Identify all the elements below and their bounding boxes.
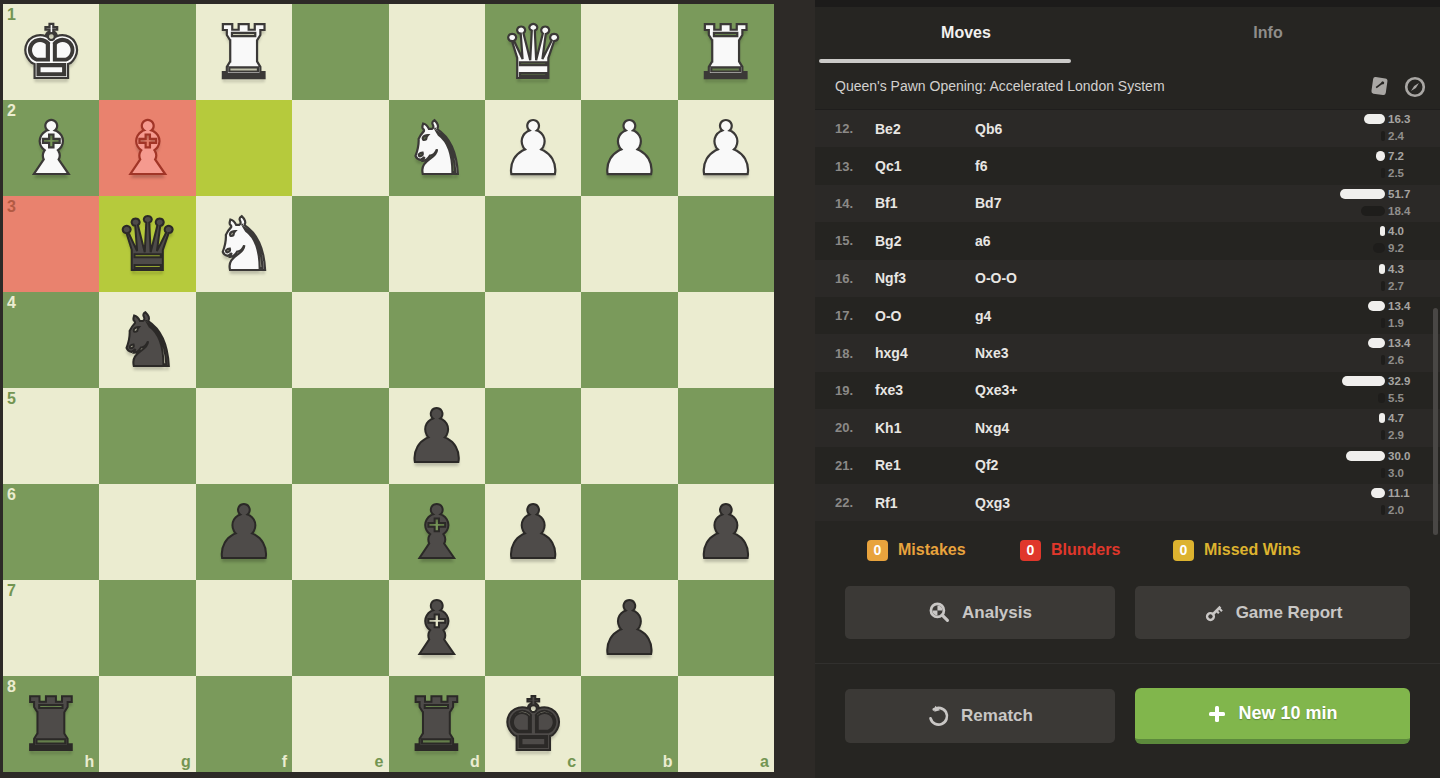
black-bishop-d7[interactable]: ♝ bbox=[389, 580, 485, 676]
square-e7[interactable] bbox=[292, 580, 388, 676]
black-time-bar bbox=[1381, 281, 1385, 291]
white-move[interactable]: O-O bbox=[875, 297, 901, 334]
white-time-seconds: 51.7 bbox=[1388, 188, 1438, 200]
black-bishop-d6[interactable]: ♝ bbox=[389, 484, 485, 580]
square-e6[interactable] bbox=[292, 484, 388, 580]
square-a8[interactable]: a bbox=[678, 676, 774, 772]
square-c4[interactable] bbox=[485, 292, 581, 388]
white-pawn-c2[interactable]: ♟ bbox=[485, 100, 581, 196]
white-time-bar bbox=[1380, 226, 1385, 236]
move-row-12[interactable]: 12.Be2Qb616.32.4 bbox=[815, 110, 1440, 147]
white-move[interactable]: Kh1 bbox=[875, 409, 901, 446]
move-row-21[interactable]: 21.Re1Qf230.03.0 bbox=[815, 447, 1440, 484]
square-d8[interactable]: d♜ bbox=[389, 676, 485, 772]
white-time-bar bbox=[1364, 114, 1385, 124]
square-h4[interactable]: 4 bbox=[3, 292, 99, 388]
black-time-bar bbox=[1381, 430, 1385, 440]
move-number: 16. bbox=[815, 260, 853, 297]
black-time-bar bbox=[1381, 468, 1385, 478]
white-move[interactable]: Be2 bbox=[875, 110, 901, 147]
move-row-16[interactable]: 16.Ngf3O-O-O4.32.7 bbox=[815, 260, 1440, 297]
move-row-13[interactable]: 13.Qc1f67.22.5 bbox=[815, 147, 1440, 184]
square-b8[interactable]: b bbox=[581, 676, 677, 772]
white-time-bar bbox=[1379, 264, 1385, 274]
white-knight-d2[interactable]: ♞ bbox=[389, 100, 485, 196]
square-h6[interactable]: 6 bbox=[3, 484, 99, 580]
white-time-bar bbox=[1340, 189, 1385, 199]
white-time-bar bbox=[1368, 338, 1385, 348]
scrollbar-thumb[interactable] bbox=[1433, 308, 1438, 535]
tab-info[interactable]: Info bbox=[1117, 7, 1419, 59]
square-h2[interactable]: 2♝ bbox=[3, 100, 99, 196]
black-time-bar bbox=[1373, 243, 1385, 253]
new-game-button-label: New 10 min bbox=[1238, 703, 1337, 724]
file-label-f: f bbox=[282, 753, 287, 771]
chess-board[interactable]: 1♚♜♛♜2♝♝♞♟♟♟3♛♞4♞5♟6♟♝♟♟7♝♟8h♜gfed♜c♚ba bbox=[3, 4, 774, 772]
white-rook-f1[interactable]: ♜ bbox=[196, 4, 292, 100]
opening-book-icon[interactable] bbox=[1369, 76, 1390, 98]
rank-label-6: 6 bbox=[7, 486, 16, 504]
white-king-h1[interactable]: ♚ bbox=[3, 4, 99, 100]
black-time-seconds: 5.5 bbox=[1388, 392, 1438, 404]
black-move[interactable]: g4 bbox=[975, 297, 991, 334]
game-report-button[interactable]: Game Report bbox=[1135, 586, 1410, 639]
move-number: 13. bbox=[815, 147, 853, 184]
square-a1[interactable]: ♜ bbox=[678, 4, 774, 100]
square-e1[interactable] bbox=[292, 4, 388, 100]
white-time-seconds: 4.3 bbox=[1388, 263, 1438, 275]
black-move[interactable]: Qf2 bbox=[975, 447, 998, 484]
black-time-bar bbox=[1381, 318, 1385, 328]
white-time-seconds: 30.0 bbox=[1388, 450, 1438, 462]
black-pawn-d5[interactable]: ♟ bbox=[389, 388, 485, 484]
white-move[interactable]: Qc1 bbox=[875, 147, 901, 184]
black-rook-h8[interactable]: ♜ bbox=[3, 676, 99, 772]
square-a7[interactable] bbox=[678, 580, 774, 676]
square-b7[interactable]: ♟ bbox=[581, 580, 677, 676]
black-time-seconds: 2.7 bbox=[1388, 280, 1438, 292]
square-h8[interactable]: 8h♜ bbox=[3, 676, 99, 772]
tab-moves-label: Moves bbox=[941, 24, 991, 42]
black-move[interactable]: Bd7 bbox=[975, 185, 1001, 222]
black-pawn-a6[interactable]: ♟ bbox=[678, 484, 774, 580]
stat-blunders: 0Blunders bbox=[1020, 521, 1120, 579]
rematch-restart-icon bbox=[927, 705, 950, 728]
black-time-bar bbox=[1381, 505, 1385, 515]
analysis-magnifier-icon bbox=[928, 601, 951, 624]
opening-name: Queen's Pawn Opening: Accelerated London… bbox=[835, 78, 1165, 94]
file-label-g: g bbox=[181, 753, 191, 771]
side-panel: Moves Info Queen's Pawn Opening: Acceler… bbox=[815, 0, 1440, 778]
white-time-seconds: 16.3 bbox=[1388, 113, 1438, 125]
black-time-bar bbox=[1378, 393, 1385, 403]
black-move[interactable]: Qxe3+ bbox=[975, 372, 1017, 409]
black-rook-d8[interactable]: ♜ bbox=[389, 676, 485, 772]
opening-explorer-compass-icon[interactable] bbox=[1404, 76, 1426, 98]
stat-mistakes: 0Mistakes bbox=[867, 521, 966, 579]
tab-bar: Moves Info bbox=[815, 7, 1440, 63]
square-f7[interactable] bbox=[196, 580, 292, 676]
black-move[interactable]: O-O-O bbox=[975, 260, 1017, 297]
white-move[interactable]: Bg2 bbox=[875, 222, 901, 259]
square-g4[interactable]: ♞ bbox=[99, 292, 195, 388]
black-move[interactable]: Nxe3 bbox=[975, 334, 1008, 371]
black-time-bar bbox=[1381, 355, 1385, 365]
square-g6[interactable] bbox=[99, 484, 195, 580]
black-time-seconds: 9.2 bbox=[1388, 242, 1438, 254]
black-move[interactable]: Qxg3 bbox=[975, 484, 1010, 521]
move-number: 22. bbox=[815, 484, 853, 521]
square-b5[interactable] bbox=[581, 388, 677, 484]
black-move[interactable]: f6 bbox=[975, 147, 987, 184]
white-time-bar bbox=[1342, 376, 1385, 386]
square-c5[interactable] bbox=[485, 388, 581, 484]
square-f2[interactable] bbox=[196, 100, 292, 196]
square-b2[interactable]: ♟ bbox=[581, 100, 677, 196]
square-a6[interactable]: ♟ bbox=[678, 484, 774, 580]
stat-count-badge: 0 bbox=[1020, 540, 1041, 561]
move-number: 21. bbox=[815, 447, 853, 484]
square-c3[interactable] bbox=[485, 196, 581, 292]
stat-label: Mistakes bbox=[898, 541, 966, 559]
move-number: 14. bbox=[815, 185, 853, 222]
square-c8[interactable]: c♚ bbox=[485, 676, 581, 772]
square-b3[interactable] bbox=[581, 196, 677, 292]
square-a5[interactable] bbox=[678, 388, 774, 484]
square-g7[interactable] bbox=[99, 580, 195, 676]
white-time-bar bbox=[1368, 301, 1385, 311]
black-time-seconds: 2.0 bbox=[1388, 504, 1438, 516]
square-d4[interactable] bbox=[389, 292, 485, 388]
square-e2[interactable] bbox=[292, 100, 388, 196]
separator-line bbox=[815, 663, 1440, 664]
white-move[interactable]: Rf1 bbox=[875, 484, 898, 521]
white-time-seconds: 7.2 bbox=[1388, 150, 1438, 162]
white-knight-f3[interactable]: ♞ bbox=[196, 196, 292, 292]
white-pawn-b2[interactable]: ♟ bbox=[581, 100, 677, 196]
square-c6[interactable]: ♟ bbox=[485, 484, 581, 580]
black-time-seconds: 2.9 bbox=[1388, 429, 1438, 441]
stat-count-badge: 0 bbox=[1173, 540, 1194, 561]
white-move[interactable]: hxg4 bbox=[875, 334, 908, 371]
square-e4[interactable] bbox=[292, 292, 388, 388]
rematch-button-label: Rematch bbox=[961, 706, 1033, 726]
black-knight-g4[interactable]: ♞ bbox=[99, 292, 195, 388]
square-g3[interactable]: ♛ bbox=[99, 196, 195, 292]
stats-row: 0Mistakes0Blunders0Missed Wins bbox=[815, 521, 1440, 579]
square-b6[interactable] bbox=[581, 484, 677, 580]
move-number: 12. bbox=[815, 110, 853, 147]
square-f4[interactable] bbox=[196, 292, 292, 388]
rank-label-4: 4 bbox=[7, 294, 16, 312]
move-number: 15. bbox=[815, 222, 853, 259]
square-h7[interactable]: 7 bbox=[3, 580, 99, 676]
move-number: 17. bbox=[815, 297, 853, 334]
white-time-bar bbox=[1371, 488, 1385, 498]
square-c1[interactable]: ♛ bbox=[485, 4, 581, 100]
file-label-e: e bbox=[375, 753, 384, 771]
square-b4[interactable] bbox=[581, 292, 677, 388]
move-row-18[interactable]: 18.hxg4Nxe313.42.6 bbox=[815, 334, 1440, 371]
white-time-seconds: 13.4 bbox=[1388, 300, 1438, 312]
white-time-bar bbox=[1346, 451, 1385, 461]
black-time-seconds: 2.4 bbox=[1388, 130, 1438, 142]
square-f5[interactable] bbox=[196, 388, 292, 484]
stat-missed-wins: 0Missed Wins bbox=[1173, 521, 1301, 579]
new-game-button[interactable]: New 10 min bbox=[1135, 688, 1410, 744]
move-list: 12.Be2Qb616.32.413.Qc1f67.22.514.Bf1Bd75… bbox=[815, 110, 1440, 521]
rank-label-3: 3 bbox=[7, 198, 16, 216]
square-g2[interactable]: ♝ bbox=[99, 100, 195, 196]
white-time-seconds: 4.0 bbox=[1388, 225, 1438, 237]
move-number: 19. bbox=[815, 372, 853, 409]
move-row-14[interactable]: 14.Bf1Bd751.718.4 bbox=[815, 185, 1440, 222]
square-d7[interactable]: ♝ bbox=[389, 580, 485, 676]
tab-info-label: Info bbox=[1253, 24, 1282, 42]
rank-label-5: 5 bbox=[7, 390, 16, 408]
square-a3[interactable] bbox=[678, 196, 774, 292]
rematch-button[interactable]: Rematch bbox=[845, 689, 1115, 743]
square-h1[interactable]: 1♚ bbox=[3, 4, 99, 100]
square-d1[interactable] bbox=[389, 4, 485, 100]
square-c2[interactable]: ♟ bbox=[485, 100, 581, 196]
black-time-bar bbox=[1361, 206, 1385, 216]
square-a2[interactable]: ♟ bbox=[678, 100, 774, 196]
black-time-bar bbox=[1381, 131, 1385, 141]
white-time-bar bbox=[1379, 413, 1385, 423]
black-time-seconds: 1.9 bbox=[1388, 317, 1438, 329]
black-time-seconds: 2.5 bbox=[1388, 167, 1438, 179]
stat-label: Blunders bbox=[1051, 541, 1120, 559]
move-number: 18. bbox=[815, 334, 853, 371]
black-time-seconds: 18.4 bbox=[1388, 205, 1438, 217]
game-review-screen: 1♚♜♛♜2♝♝♞♟♟♟3♛♞4♞5♟6♟♝♟♟7♝♟8h♜gfed♜c♚ba … bbox=[0, 0, 1440, 778]
white-time-bar bbox=[1376, 151, 1385, 161]
square-c7[interactable] bbox=[485, 580, 581, 676]
move-row-19[interactable]: 19.fxe3Qxe3+32.95.5 bbox=[815, 372, 1440, 409]
square-h3[interactable]: 3 bbox=[3, 196, 99, 292]
stat-label: Missed Wins bbox=[1204, 541, 1301, 559]
black-king-c8[interactable]: ♚ bbox=[485, 676, 581, 772]
square-e3[interactable] bbox=[292, 196, 388, 292]
move-row-17[interactable]: 17.O-Og413.41.9 bbox=[815, 297, 1440, 334]
square-a4[interactable] bbox=[678, 292, 774, 388]
square-b1[interactable] bbox=[581, 4, 677, 100]
file-label-a: a bbox=[760, 753, 769, 771]
move-number: 20. bbox=[815, 409, 853, 446]
white-move[interactable]: fxe3 bbox=[875, 372, 903, 409]
square-g5[interactable] bbox=[99, 388, 195, 484]
square-f6[interactable]: ♟ bbox=[196, 484, 292, 580]
square-f3[interactable]: ♞ bbox=[196, 196, 292, 292]
file-label-b: b bbox=[663, 753, 673, 771]
black-time-bar bbox=[1381, 168, 1385, 178]
white-time-seconds: 11.1 bbox=[1388, 487, 1438, 499]
square-h5[interactable]: 5 bbox=[3, 388, 99, 484]
white-time-seconds: 32.9 bbox=[1388, 375, 1438, 387]
square-f8[interactable]: f bbox=[196, 676, 292, 772]
panel-top-edge bbox=[815, 0, 1440, 7]
rank-label-7: 7 bbox=[7, 582, 16, 600]
move-row-20[interactable]: 20.Kh1Nxg44.72.9 bbox=[815, 409, 1440, 446]
black-time-seconds: 3.0 bbox=[1388, 467, 1438, 479]
white-rook-a1[interactable]: ♜ bbox=[678, 4, 774, 100]
analysis-button-label: Analysis bbox=[962, 603, 1032, 623]
white-bishop-h2[interactable]: ♝ bbox=[3, 100, 99, 196]
tab-moves[interactable]: Moves bbox=[815, 7, 1117, 59]
black-time-seconds: 2.6 bbox=[1388, 354, 1438, 366]
square-d5[interactable]: ♟ bbox=[389, 388, 485, 484]
move-row-22[interactable]: 22.Rf1Qxg311.12.0 bbox=[815, 484, 1440, 521]
plus-icon bbox=[1207, 704, 1227, 724]
square-d3[interactable] bbox=[389, 196, 485, 292]
white-pawn-a2[interactable]: ♟ bbox=[678, 100, 774, 196]
white-queen-c1[interactable]: ♛ bbox=[485, 4, 581, 100]
square-e5[interactable] bbox=[292, 388, 388, 484]
black-move[interactable]: Qb6 bbox=[975, 110, 1002, 147]
square-g1[interactable] bbox=[99, 4, 195, 100]
black-queen-g3[interactable]: ♛ bbox=[99, 196, 195, 292]
black-move[interactable]: a6 bbox=[975, 222, 991, 259]
white-move[interactable]: Re1 bbox=[875, 447, 901, 484]
square-d2[interactable]: ♞ bbox=[389, 100, 485, 196]
stat-count-badge: 0 bbox=[867, 540, 888, 561]
white-move[interactable]: Ngf3 bbox=[875, 260, 906, 297]
black-pawn-b7[interactable]: ♟ bbox=[581, 580, 677, 676]
square-e8[interactable]: e bbox=[292, 676, 388, 772]
white-bishop-g2[interactable]: ♝ bbox=[99, 100, 195, 196]
black-pawn-f6[interactable]: ♟ bbox=[196, 484, 292, 580]
white-move[interactable]: Bf1 bbox=[875, 185, 898, 222]
square-f1[interactable]: ♜ bbox=[196, 4, 292, 100]
opening-row: Queen's Pawn Opening: Accelerated London… bbox=[815, 63, 1440, 110]
black-move[interactable]: Nxg4 bbox=[975, 409, 1009, 446]
move-row-15[interactable]: 15.Bg2a64.09.2 bbox=[815, 222, 1440, 259]
game-report-button-label: Game Report bbox=[1236, 603, 1343, 623]
square-d6[interactable]: ♝ bbox=[389, 484, 485, 580]
black-pawn-c6[interactable]: ♟ bbox=[485, 484, 581, 580]
key-icon bbox=[1203, 602, 1225, 624]
square-g8[interactable]: g bbox=[99, 676, 195, 772]
opening-icons bbox=[1369, 63, 1426, 110]
analysis-button[interactable]: Analysis bbox=[845, 586, 1115, 639]
white-time-seconds: 13.4 bbox=[1388, 337, 1438, 349]
white-time-seconds: 4.7 bbox=[1388, 412, 1438, 424]
